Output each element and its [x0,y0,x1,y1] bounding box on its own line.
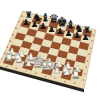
piece-black-pawn[interactable]: ♟ [22,18,30,26]
piece-black-pawn[interactable]: ♟ [48,24,56,32]
piece-black-pawn[interactable]: ♟ [56,26,64,34]
piece-white-rook[interactable]: ♜ [71,69,81,80]
piece-layer: ♜♞♝♛♚♝♞♜♟♟♟♟♟♟♟♟♟♟♟♟♟♟♟♟♜♞♝♛♚♝♞♜ [0,0,100,100]
piece-black-pawn[interactable]: ♟ [39,22,47,30]
chess-set-photo: 8877665544332211abcdefgh ♜♞♝♛♚♝♞♜♟♟♟♟♟♟♟… [0,0,100,100]
piece-black-pawn[interactable]: ♟ [65,29,73,37]
piece-black-pawn[interactable]: ♟ [73,31,81,39]
piece-black-pawn[interactable]: ♟ [82,33,90,41]
piece-black-pawn[interactable]: ♟ [31,20,39,28]
